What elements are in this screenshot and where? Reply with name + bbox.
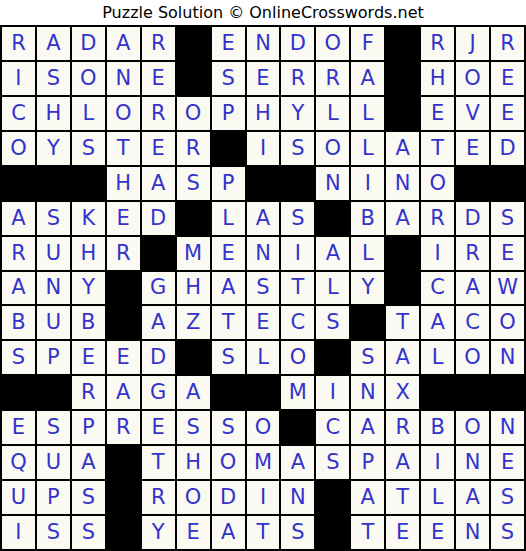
- letter-cell-r14c9: N: [281, 481, 314, 514]
- block-cell-r2c12: [386, 62, 419, 95]
- block-cell-r5c3: [72, 167, 105, 200]
- letter-cell-r2c9: R: [281, 62, 314, 95]
- letter-cell-r4c12: A: [386, 132, 419, 165]
- letter-cell-r12c7: S: [212, 411, 245, 444]
- block-cell-r11c13: [421, 376, 454, 409]
- letter-cell-r8c8: S: [247, 272, 280, 305]
- block-cell-r7c5: [142, 237, 175, 270]
- letter-cell-r3c3: L: [72, 97, 105, 130]
- letter-cell-r7c7: E: [212, 237, 245, 270]
- letter-cell-r15c12: E: [386, 516, 419, 549]
- letter-cell-r2c11: A: [351, 62, 384, 95]
- letter-cell-r12c1: E: [2, 411, 35, 444]
- block-cell-r14c4: [107, 481, 140, 514]
- letter-cell-r13c10: S: [316, 446, 349, 479]
- letter-cell-r12c12: R: [386, 411, 419, 444]
- letter-cell-r11c11: N: [351, 376, 384, 409]
- letter-cell-r12c5: E: [142, 411, 175, 444]
- block-cell-r12c9: [281, 411, 314, 444]
- letter-cell-r11c3: R: [72, 376, 105, 409]
- letter-cell-r2c8: E: [247, 62, 280, 95]
- letter-cell-r5c12: N: [386, 167, 419, 200]
- letter-cell-r14c15: S: [491, 481, 524, 514]
- letter-cell-r13c11: P: [351, 446, 384, 479]
- block-cell-r6c10: [316, 202, 349, 235]
- letter-cell-r5c13: O: [421, 167, 454, 200]
- letter-cell-r4c10: O: [316, 132, 349, 165]
- letter-cell-r3c15: E: [491, 97, 524, 130]
- letter-cell-r8c14: A: [456, 272, 489, 305]
- letter-cell-r14c8: I: [247, 481, 280, 514]
- letter-cell-r1c4: A: [107, 27, 140, 60]
- letter-cell-r10c2: P: [37, 341, 70, 374]
- letter-cell-r15c6: E: [177, 516, 210, 549]
- letter-cell-r8c13: C: [421, 272, 454, 305]
- letter-cell-r13c9: A: [281, 446, 314, 479]
- letter-cell-r9c15: O: [491, 306, 524, 339]
- letter-cell-r2c13: H: [421, 62, 454, 95]
- letter-cell-r3c4: O: [107, 97, 140, 130]
- block-cell-r5c1: [2, 167, 35, 200]
- letter-cell-r6c9: S: [281, 202, 314, 235]
- letter-cell-r13c6: H: [177, 446, 210, 479]
- letter-cell-r12c8: O: [247, 411, 280, 444]
- letter-cell-r13c13: I: [421, 446, 454, 479]
- letter-cell-r8c3: Y: [72, 272, 105, 305]
- letter-cell-r4c5: E: [142, 132, 175, 165]
- letter-cell-r5c7: P: [212, 167, 245, 200]
- letter-cell-r6c4: E: [107, 202, 140, 235]
- letter-cell-r4c6: R: [177, 132, 210, 165]
- letter-cell-r12c11: A: [351, 411, 384, 444]
- letter-cell-r1c10: O: [316, 27, 349, 60]
- letter-cell-r9c9: C: [281, 306, 314, 339]
- letter-cell-r3c2: H: [37, 97, 70, 130]
- letter-cell-r12c15: N: [491, 411, 524, 444]
- letter-cell-r10c4: E: [107, 341, 140, 374]
- letter-cell-r11c6: A: [177, 376, 210, 409]
- letter-cell-r4c14: E: [456, 132, 489, 165]
- letter-cell-r9c1: B: [2, 306, 35, 339]
- letter-cell-r3c14: V: [456, 97, 489, 130]
- letter-cell-r7c11: L: [351, 237, 384, 270]
- letter-cell-r13c2: U: [37, 446, 70, 479]
- letter-cell-r11c12: X: [386, 376, 419, 409]
- letter-cell-r13c12: A: [386, 446, 419, 479]
- letter-cell-r4c9: S: [281, 132, 314, 165]
- letter-cell-r2c14: O: [456, 62, 489, 95]
- block-cell-r2c6: [177, 62, 210, 95]
- block-cell-r14c10: [316, 481, 349, 514]
- block-cell-r1c12: [386, 27, 419, 60]
- letter-cell-r10c13: L: [421, 341, 454, 374]
- letter-cell-r2c1: I: [2, 62, 35, 95]
- letter-cell-r15c15: S: [491, 516, 524, 549]
- letter-cell-r15c11: T: [351, 516, 384, 549]
- letter-cell-r11c10: I: [316, 376, 349, 409]
- block-cell-r4c7: [212, 132, 245, 165]
- letter-cell-r15c7: A: [212, 516, 245, 549]
- letter-cell-r15c9: S: [281, 516, 314, 549]
- letter-cell-r13c3: A: [72, 446, 105, 479]
- letter-cell-r2c7: S: [212, 62, 245, 95]
- letter-cell-r3c5: R: [142, 97, 175, 130]
- letter-cell-r9c6: Z: [177, 306, 210, 339]
- letter-cell-r14c7: D: [212, 481, 245, 514]
- letter-cell-r13c1: Q: [2, 446, 35, 479]
- letter-cell-r4c1: O: [2, 132, 35, 165]
- letter-cell-r14c13: L: [421, 481, 454, 514]
- letter-cell-r1c11: F: [351, 27, 384, 60]
- letter-cell-r8c9: T: [281, 272, 314, 305]
- block-cell-r5c9: [281, 167, 314, 200]
- block-cell-r6c6: [177, 202, 210, 235]
- block-cell-r11c14: [456, 376, 489, 409]
- letter-cell-r7c3: H: [72, 237, 105, 270]
- letter-cell-r4c2: Y: [37, 132, 70, 165]
- letter-cell-r12c13: B: [421, 411, 454, 444]
- letter-cell-r8c11: Y: [351, 272, 384, 305]
- letter-cell-r9c7: T: [212, 306, 245, 339]
- letter-cell-r6c15: S: [491, 202, 524, 235]
- letter-cell-r10c1: S: [2, 341, 35, 374]
- letter-cell-r9c3: B: [72, 306, 105, 339]
- block-cell-r11c8: [247, 376, 280, 409]
- letter-cell-r14c3: S: [72, 481, 105, 514]
- letter-cell-r12c4: R: [107, 411, 140, 444]
- letter-cell-r1c7: E: [212, 27, 245, 60]
- block-cell-r7c12: [386, 237, 419, 270]
- letter-cell-r6c12: A: [386, 202, 419, 235]
- letter-cell-r10c14: O: [456, 341, 489, 374]
- letter-cell-r8c5: G: [142, 272, 175, 305]
- letter-cell-r15c2: S: [37, 516, 70, 549]
- block-cell-r5c8: [247, 167, 280, 200]
- letter-cell-r2c15: E: [491, 62, 524, 95]
- letter-cell-r12c6: S: [177, 411, 210, 444]
- letter-cell-r12c14: O: [456, 411, 489, 444]
- crossword-grid: RADARENDOFRJRISONESERRAHOECHLOROPHYLLEVE…: [0, 25, 526, 551]
- letter-cell-r2c3: O: [72, 62, 105, 95]
- letter-cell-r3c6: O: [177, 97, 210, 130]
- letter-cell-r13c14: N: [456, 446, 489, 479]
- letter-cell-r2c4: N: [107, 62, 140, 95]
- letter-cell-r7c1: R: [2, 237, 35, 270]
- letter-cell-r8c15: W: [491, 272, 524, 305]
- letter-cell-r8c7: A: [212, 272, 245, 305]
- letter-cell-r11c4: A: [107, 376, 140, 409]
- letter-cell-r13c5: T: [142, 446, 175, 479]
- letter-cell-r4c8: I: [247, 132, 280, 165]
- block-cell-r5c15: [491, 167, 524, 200]
- letter-cell-r7c9: I: [281, 237, 314, 270]
- letter-cell-r10c15: N: [491, 341, 524, 374]
- letter-cell-r3c10: L: [316, 97, 349, 130]
- letter-cell-r6c13: R: [421, 202, 454, 235]
- letter-cell-r9c13: A: [421, 306, 454, 339]
- page-title: Puzzle Solution © OnlineCrosswords.net: [0, 0, 526, 25]
- letter-cell-r13c15: E: [491, 446, 524, 479]
- letter-cell-r6c14: D: [456, 202, 489, 235]
- letter-cell-r3c11: L: [351, 97, 384, 130]
- puzzle-solution-page: Puzzle Solution © OnlineCrosswords.net R…: [0, 0, 526, 551]
- letter-cell-r4c11: L: [351, 132, 384, 165]
- letter-cell-r1c13: R: [421, 27, 454, 60]
- letter-cell-r9c12: T: [386, 306, 419, 339]
- letter-cell-r7c2: U: [37, 237, 70, 270]
- letter-cell-r5c4: H: [107, 167, 140, 200]
- letter-cell-r10c12: A: [386, 341, 419, 374]
- letter-cell-r9c14: C: [456, 306, 489, 339]
- letter-cell-r7c8: N: [247, 237, 280, 270]
- letter-cell-r1c2: A: [37, 27, 70, 60]
- letter-cell-r4c13: T: [421, 132, 454, 165]
- letter-cell-r1c3: D: [72, 27, 105, 60]
- letter-cell-r10c11: S: [351, 341, 384, 374]
- block-cell-r3c12: [386, 97, 419, 130]
- letter-cell-r6c1: A: [2, 202, 35, 235]
- letter-cell-r7c13: I: [421, 237, 454, 270]
- block-cell-r5c14: [456, 167, 489, 200]
- letter-cell-r7c4: R: [107, 237, 140, 270]
- block-cell-r5c2: [37, 167, 70, 200]
- letter-cell-r9c5: A: [142, 306, 175, 339]
- letter-cell-r5c6: S: [177, 167, 210, 200]
- letter-cell-r4c15: D: [491, 132, 524, 165]
- letter-cell-r6c5: D: [142, 202, 175, 235]
- letter-cell-r14c5: R: [142, 481, 175, 514]
- letter-cell-r14c1: U: [2, 481, 35, 514]
- block-cell-r11c2: [37, 376, 70, 409]
- letter-cell-r2c2: S: [37, 62, 70, 95]
- block-cell-r9c11: [351, 306, 384, 339]
- letter-cell-r4c3: S: [72, 132, 105, 165]
- letter-cell-r3c9: Y: [281, 97, 314, 130]
- block-cell-r11c7: [212, 376, 245, 409]
- letter-cell-r3c8: H: [247, 97, 280, 130]
- block-cell-r9c4: [107, 306, 140, 339]
- letter-cell-r14c14: A: [456, 481, 489, 514]
- letter-cell-r12c10: C: [316, 411, 349, 444]
- letter-cell-r7c14: R: [456, 237, 489, 270]
- letter-cell-r9c8: E: [247, 306, 280, 339]
- letter-cell-r8c6: H: [177, 272, 210, 305]
- letter-cell-r12c2: S: [37, 411, 70, 444]
- letter-cell-r3c7: P: [212, 97, 245, 130]
- letter-cell-r1c9: D: [281, 27, 314, 60]
- letter-cell-r11c9: M: [281, 376, 314, 409]
- letter-cell-r1c1: R: [2, 27, 35, 60]
- letter-cell-r10c9: O: [281, 341, 314, 374]
- letter-cell-r15c1: I: [2, 516, 35, 549]
- block-cell-r10c6: [177, 341, 210, 374]
- letter-cell-r9c2: U: [37, 306, 70, 339]
- block-cell-r8c12: [386, 272, 419, 305]
- letter-cell-r8c1: A: [2, 272, 35, 305]
- letter-cell-r6c8: A: [247, 202, 280, 235]
- letter-cell-r15c5: Y: [142, 516, 175, 549]
- letter-cell-r1c5: R: [142, 27, 175, 60]
- letter-cell-r6c3: K: [72, 202, 105, 235]
- letter-cell-r13c7: O: [212, 446, 245, 479]
- letter-cell-r14c12: T: [386, 481, 419, 514]
- letter-cell-r10c3: E: [72, 341, 105, 374]
- block-cell-r15c10: [316, 516, 349, 549]
- block-cell-r8c4: [107, 272, 140, 305]
- letter-cell-r10c5: D: [142, 341, 175, 374]
- letter-cell-r14c11: A: [351, 481, 384, 514]
- letter-cell-r6c2: S: [37, 202, 70, 235]
- letter-cell-r7c15: E: [491, 237, 524, 270]
- letter-cell-r15c14: N: [456, 516, 489, 549]
- letter-cell-r12c3: P: [72, 411, 105, 444]
- letter-cell-r15c3: S: [72, 516, 105, 549]
- letter-cell-r5c5: A: [142, 167, 175, 200]
- letter-cell-r6c11: B: [351, 202, 384, 235]
- letter-cell-r1c14: J: [456, 27, 489, 60]
- letter-cell-r15c13: E: [421, 516, 454, 549]
- letter-cell-r15c8: T: [247, 516, 280, 549]
- letter-cell-r6c7: L: [212, 202, 245, 235]
- block-cell-r1c6: [177, 27, 210, 60]
- letter-cell-r10c8: L: [247, 341, 280, 374]
- letter-cell-r8c10: L: [316, 272, 349, 305]
- block-cell-r10c10: [316, 341, 349, 374]
- letter-cell-r10c7: S: [212, 341, 245, 374]
- letter-cell-r5c10: N: [316, 167, 349, 200]
- block-cell-r11c1: [2, 376, 35, 409]
- letter-cell-r7c10: A: [316, 237, 349, 270]
- letter-cell-r8c2: N: [37, 272, 70, 305]
- letter-cell-r13c8: M: [247, 446, 280, 479]
- letter-cell-r7c6: M: [177, 237, 210, 270]
- letter-cell-r14c2: P: [37, 481, 70, 514]
- letter-cell-r11c5: G: [142, 376, 175, 409]
- letter-cell-r2c5: E: [142, 62, 175, 95]
- letter-cell-r1c15: R: [491, 27, 524, 60]
- letter-cell-r3c1: C: [2, 97, 35, 130]
- block-cell-r11c15: [491, 376, 524, 409]
- block-cell-r13c4: [107, 446, 140, 479]
- letter-cell-r14c6: O: [177, 481, 210, 514]
- block-cell-r15c4: [107, 516, 140, 549]
- letter-cell-r1c8: N: [247, 27, 280, 60]
- letter-cell-r5c11: I: [351, 167, 384, 200]
- letter-cell-r3c13: E: [421, 97, 454, 130]
- letter-cell-r4c4: T: [107, 132, 140, 165]
- letter-cell-r2c10: R: [316, 62, 349, 95]
- letter-cell-r9c10: S: [316, 306, 349, 339]
